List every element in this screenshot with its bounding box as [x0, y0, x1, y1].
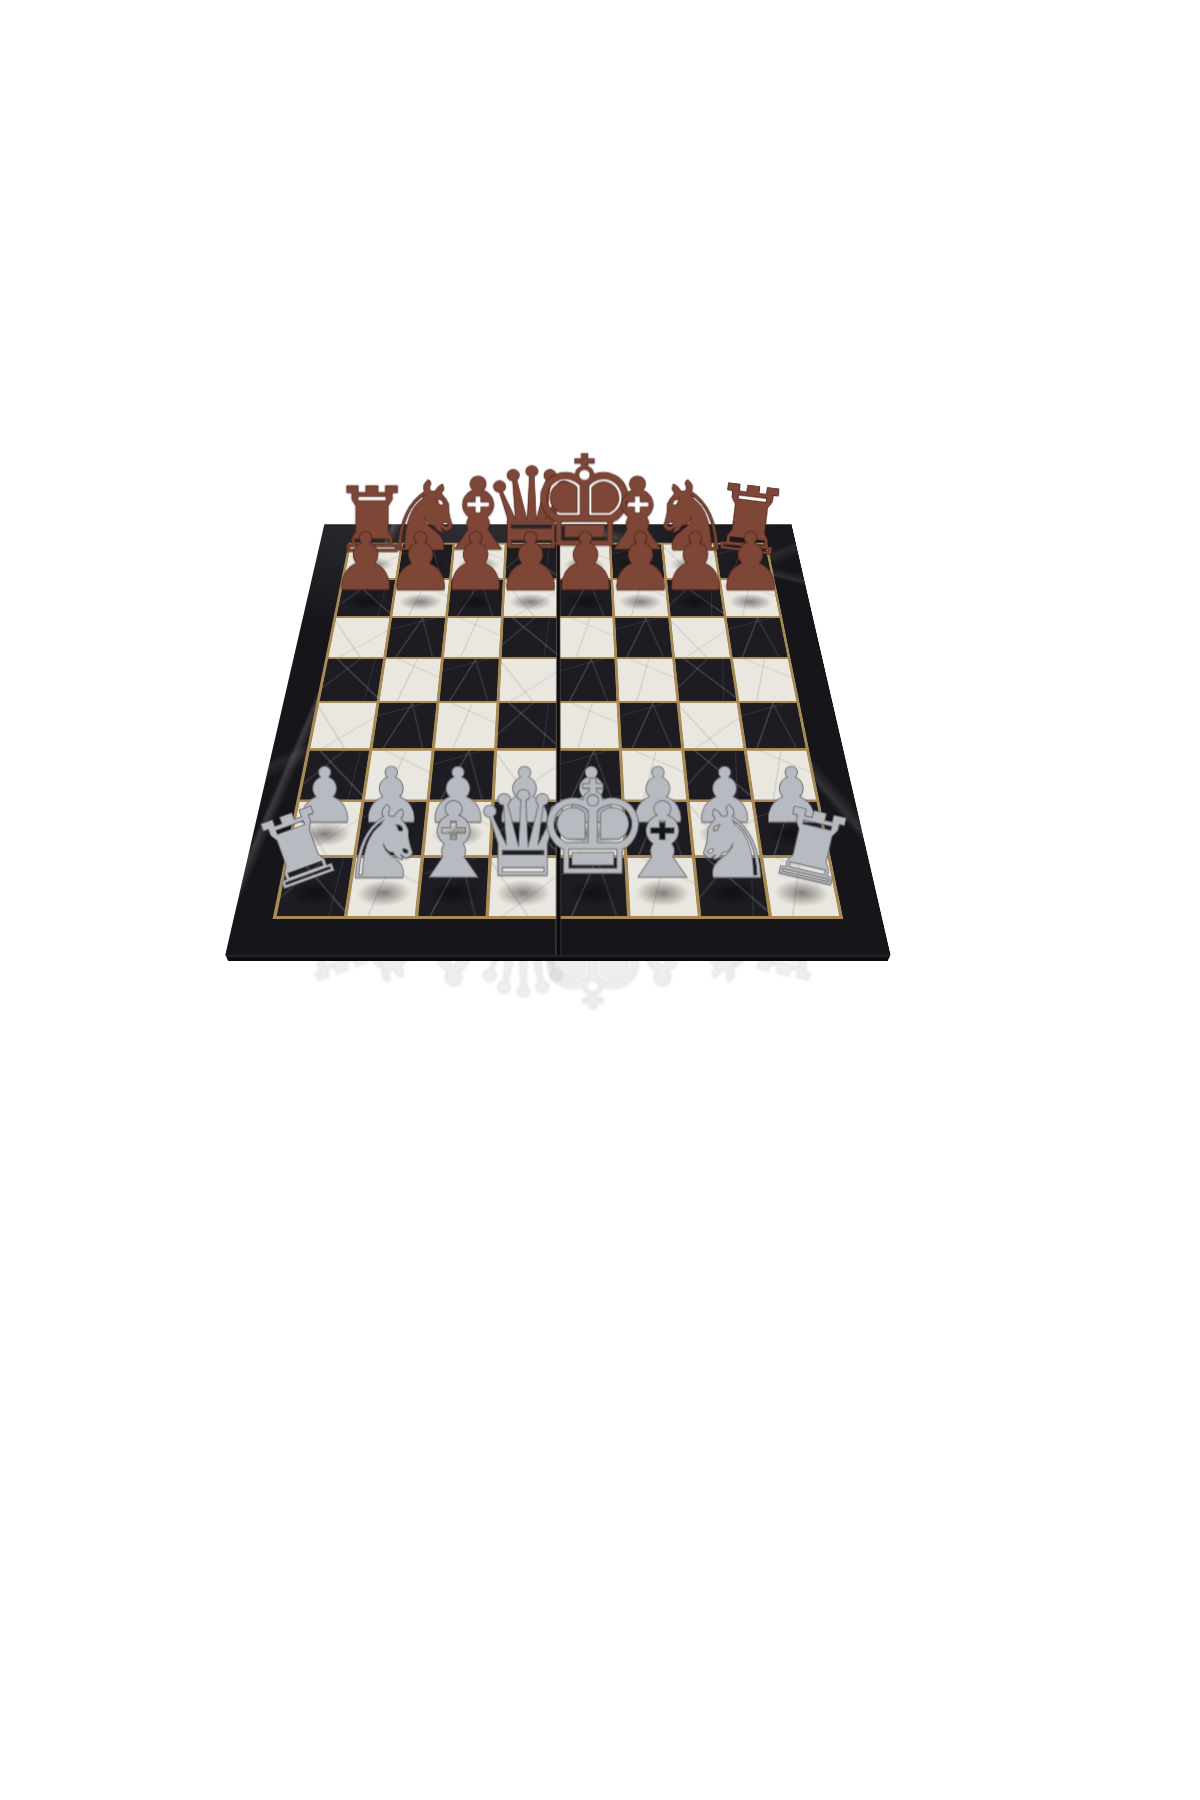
square-h7[interactable]	[721, 580, 779, 616]
square-h6[interactable]	[727, 618, 788, 657]
square-g8[interactable]	[663, 545, 718, 579]
square-a5[interactable]	[320, 659, 383, 701]
board-front-edge	[225, 955, 890, 961]
square-d5[interactable]	[500, 659, 557, 701]
square-b8[interactable]	[398, 545, 453, 579]
square-g7[interactable]	[667, 580, 724, 616]
square-f7[interactable]	[613, 580, 668, 616]
square-d8[interactable]	[506, 545, 557, 579]
square-d7[interactable]	[504, 580, 557, 616]
board-scene: ♜♜♞♞♝♝♛♛♚♚♝♝♞♞♜♜♟♟♟♟♟♟♟♟♟♟♟♟♟♟♟♟♟♟♟♟♟♟♟♟…	[284, 428, 833, 977]
square-f8[interactable]	[611, 545, 664, 579]
square-c6[interactable]	[444, 618, 501, 657]
square-e7[interactable]	[559, 580, 612, 616]
square-f5[interactable]	[617, 659, 676, 701]
square-b5[interactable]	[380, 659, 441, 701]
square-a8[interactable]	[344, 545, 400, 579]
square-e5[interactable]	[559, 659, 616, 701]
square-h8[interactable]	[716, 545, 772, 579]
square-g5[interactable]	[675, 659, 736, 701]
square-d6[interactable]	[502, 618, 557, 657]
square-b7[interactable]	[392, 580, 449, 616]
square-a7[interactable]	[337, 580, 395, 616]
square-a6[interactable]	[328, 618, 389, 657]
square-e6[interactable]	[559, 618, 614, 657]
chess-board: ♜♜♞♞♝♝♛♛♚♚♝♝♞♞♜♜♟♟♟♟♟♟♟♟♟♟♟♟♟♟♟♟♟♟♟♟♟♟♟♟…	[225, 524, 890, 955]
square-f6[interactable]	[615, 618, 672, 657]
square-c5[interactable]	[440, 659, 499, 701]
square-e8[interactable]	[559, 545, 610, 579]
square-h5[interactable]	[733, 659, 796, 701]
product-photo: ♜♜♞♞♝♝♛♛♚♚♝♝♞♞♜♜♟♟♟♟♟♟♟♟♟♟♟♟♟♟♟♟♟♟♟♟♟♟♟♟…	[0, 0, 1200, 1800]
square-b6[interactable]	[386, 618, 445, 657]
square-g6[interactable]	[671, 618, 730, 657]
square-c7[interactable]	[448, 580, 503, 616]
square-c8[interactable]	[452, 545, 505, 579]
